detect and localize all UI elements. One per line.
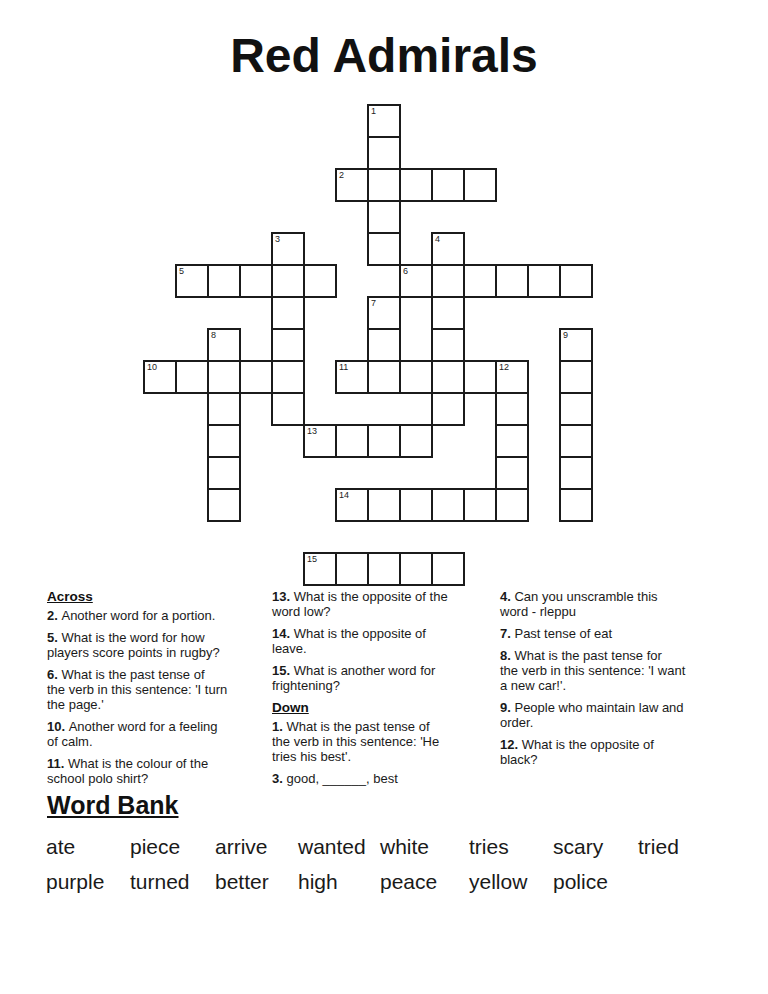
clues-column-middle: 13. What is the opposite of the word low… [272,589,485,793]
word-bank-word-piece: piece [130,835,215,870]
grid-cell-r12c11[interactable] [495,488,529,522]
clue-item-5: 5. What is the word for how players scor… [47,630,260,660]
grid-cell-r7c7[interactable] [367,328,401,362]
cell-number: 15 [307,554,317,564]
word-bank-word-purple: purple [46,870,130,905]
grid-cell-r10c8[interactable] [399,424,433,458]
clue-text: What is the colour of the school polo sh… [47,756,208,786]
clue-number: 11. [47,756,68,771]
grid-cell-r8c0[interactable]: 10 [143,360,177,394]
clue-item-1: 1. What is the past tense of the verb in… [272,719,485,764]
grid-cell-r6c9[interactable] [431,296,465,330]
grid-cell-r1c7[interactable] [367,136,401,170]
clues-section-header-down: Down [272,700,485,715]
grid-cell-r12c2[interactable] [207,488,241,522]
clue-item-12: 12. What is the opposite of black? [500,737,721,767]
grid-cell-r7c13[interactable]: 9 [559,328,593,362]
clue-number: 3. [272,771,286,786]
cell-number: 12 [499,362,509,372]
clue-text: What is the past tense for the verb in t… [500,648,685,693]
cell-number: 6 [403,266,408,276]
grid-cell-r5c1[interactable]: 5 [175,264,209,298]
grid-cell-r8c3[interactable] [239,360,273,394]
grid-cell-r12c10[interactable] [463,488,497,522]
grid-cell-r2c9[interactable] [431,168,465,202]
grid-cell-r2c6[interactable]: 2 [335,168,369,202]
clue-number: 9. [500,700,514,715]
grid-cell-r9c2[interactable] [207,392,241,426]
grid-cell-r8c6[interactable]: 11 [335,360,369,394]
cell-number: 2 [339,170,344,180]
grid-cell-r6c4[interactable] [271,296,305,330]
clue-number: 15. [272,663,294,678]
cell-number: 8 [211,330,216,340]
grid-cell-r10c5[interactable]: 13 [303,424,337,458]
grid-cell-r10c2[interactable] [207,424,241,458]
clue-text: What is the opposite of black? [500,737,654,767]
clue-text: What is the word for how players score p… [47,630,220,660]
grid-cell-r7c4[interactable] [271,328,305,362]
grid-cell-r8c4[interactable] [271,360,305,394]
word-bank-word-arrive: arrive [215,835,298,870]
clue-number: 2. [47,608,61,623]
clue-item-11: 11. What is the colour of the school pol… [47,756,260,786]
word-bank-word-turned: turned [130,870,215,905]
grid-cell-r14c9[interactable] [431,552,465,586]
grid-cell-r7c2[interactable]: 8 [207,328,241,362]
grid-cell-r5c8[interactable]: 6 [399,264,433,298]
grid-cell-r7c9[interactable] [431,328,465,362]
grid-cell-r5c10[interactable] [463,264,497,298]
clue-text: What is another word for frightening? [272,663,435,693]
cell-number: 1 [371,106,376,116]
grid-cell-r10c7[interactable] [367,424,401,458]
clue-number: 13. [272,589,294,604]
grid-cell-r5c3[interactable] [239,264,273,298]
grid-cell-r5c9[interactable] [431,264,465,298]
clue-text: Another word for a portion. [61,608,215,623]
grid-cell-r5c11[interactable] [495,264,529,298]
cell-number: 11 [339,362,348,372]
clue-text: Another word for a feeling of calm. [47,719,218,749]
grid-cell-r2c8[interactable] [399,168,433,202]
page-title: Red Admirals [0,30,768,82]
grid-cell-r10c6[interactable] [335,424,369,458]
clue-item-14: 14. What is the opposite of leave. [272,626,485,656]
grid-cell-r4c4[interactable]: 3 [271,232,305,266]
grid-cell-r9c9[interactable] [431,392,465,426]
clue-text: What is the opposite of leave. [272,626,426,656]
grid-cell-r8c10[interactable] [463,360,497,394]
word-bank-word-peace: peace [380,870,469,905]
grid-cell-r2c7[interactable] [367,168,401,202]
clue-number: 4. [500,589,514,604]
clue-item-6: 6. What is the past tense of the verb in… [47,667,260,712]
clue-text: Can you unscramble this word - rleppu [500,589,658,619]
grid-cell-r12c13[interactable] [559,488,593,522]
cell-number: 5 [179,266,184,276]
grid-cell-r5c12[interactable] [527,264,561,298]
cell-number: 14 [339,490,349,500]
grid-cell-r9c13[interactable] [559,392,593,426]
grid-cell-r8c13[interactable] [559,360,593,394]
cell-number: 13 [307,426,317,436]
clue-item-9: 9. People who maintain law and order. [500,700,721,730]
word-bank-word-ate: ate [46,835,130,870]
grid-cell-r8c11[interactable]: 12 [495,360,529,394]
cell-number: 4 [435,234,440,244]
word-bank-word-yellow: yellow [469,870,553,905]
word-bank-word-tries: tries [469,835,553,870]
crossword-grid: 123456789101112131415 [143,104,591,584]
grid-cell-r6c7[interactable]: 7 [367,296,401,330]
grid-cell-r5c5[interactable] [303,264,337,298]
word-bank-word-high: high [298,870,380,905]
grid-cell-r12c7[interactable] [367,488,401,522]
clue-item-8: 8. What is the past tense for the verb i… [500,648,721,693]
word-bank-word-police: police [553,870,638,905]
grid-cell-r0c7[interactable]: 1 [367,104,401,138]
word-bank-word-better: better [215,870,298,905]
clue-text: People who maintain law and order. [500,700,684,730]
grid-cell-r8c9[interactable] [431,360,465,394]
clue-text: Past tense of eat [514,626,612,641]
grid-cell-r11c13[interactable] [559,456,593,490]
clue-item-15: 15. What is another word for frightening… [272,663,485,693]
word-bank-title: Word Bank [47,791,179,820]
grid-cell-r5c4[interactable] [271,264,305,298]
grid-cell-r3c7[interactable] [367,200,401,234]
grid-cell-r2c10[interactable] [463,168,497,202]
grid-cell-r9c11[interactable] [495,392,529,426]
grid-cell-r14c8[interactable] [399,552,433,586]
cell-number: 9 [563,330,568,340]
grid-cell-r11c2[interactable] [207,456,241,490]
word-bank-list: atepiecearrivewantedwhitetriesscarytried… [46,835,708,905]
grid-cell-r9c4[interactable] [271,392,305,426]
grid-cell-r14c6[interactable] [335,552,369,586]
word-bank-word-white: white [380,835,469,870]
clue-item-10: 10. Another word for a feeling of calm. [47,719,260,749]
clue-number: 14. [272,626,294,641]
grid-cell-r10c11[interactable] [495,424,529,458]
grid-cell-r5c2[interactable] [207,264,241,298]
clue-number: 5. [47,630,61,645]
grid-cell-r11c11[interactable] [495,456,529,490]
clue-number: 12. [500,737,522,752]
clue-number: 6. [47,667,61,682]
grid-cell-r10c13[interactable] [559,424,593,458]
clue-item-3: 3. good, ______, best [272,771,485,786]
clues-column-left: Across2. Another word for a portion.5. W… [47,589,260,793]
clue-item-13: 13. What is the opposite of the word low… [272,589,485,619]
grid-cell-r4c9[interactable]: 4 [431,232,465,266]
clue-number: 7. [500,626,514,641]
clue-text: What is the past tense of the verb in th… [47,667,227,712]
clues-column-right: 4. Can you unscramble this word - rleppu… [500,589,721,774]
clue-item-7: 7. Past tense of eat [500,626,721,641]
grid-cell-r12c9[interactable] [431,488,465,522]
grid-cell-r8c2[interactable] [207,360,241,394]
grid-cell-r12c8[interactable] [399,488,433,522]
word-bank-word-wanted: wanted [298,835,380,870]
grid-cell-r12c6[interactable]: 14 [335,488,369,522]
clue-number: 10. [47,719,69,734]
grid-cell-r5c13[interactable] [559,264,593,298]
grid-cell-r8c8[interactable] [399,360,433,394]
clue-number: 1. [272,719,286,734]
clue-text: What is the opposite of the word low? [272,589,448,619]
grid-cell-r8c7[interactable] [367,360,401,394]
clue-item-2: 2. Another word for a portion. [47,608,260,623]
grid-cell-r14c5[interactable]: 15 [303,552,337,586]
cell-number: 7 [371,298,376,308]
clue-text: good, ______, best [286,771,397,786]
grid-cell-r8c1[interactable] [175,360,209,394]
clues-section-header-across: Across [47,589,260,604]
clue-item-4: 4. Can you unscramble this word - rleppu [500,589,721,619]
cell-number: 10 [147,362,157,372]
cell-number: 3 [275,234,280,244]
grid-cell-r14c7[interactable] [367,552,401,586]
clue-number: 8. [500,648,514,663]
word-bank-word-scary: scary [553,835,638,870]
clue-text: What is the past tense of the verb in th… [272,719,439,764]
grid-cell-r4c7[interactable] [367,232,401,266]
word-bank-word-tried: tried [638,835,708,870]
